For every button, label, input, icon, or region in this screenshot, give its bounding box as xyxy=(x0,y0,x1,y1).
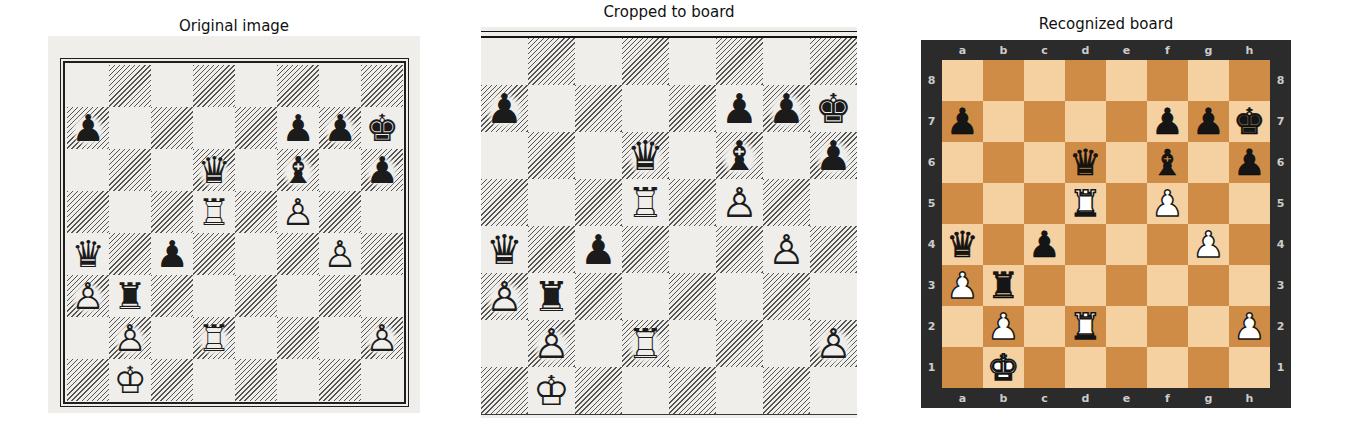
square-a3: ♙ xyxy=(481,273,528,320)
square-d3 xyxy=(193,275,235,317)
square-b3: ♜ xyxy=(528,273,575,320)
white-pawn-h2: ♙ xyxy=(361,317,403,359)
square-h8 xyxy=(1229,60,1270,101)
square-a6 xyxy=(481,132,528,179)
square-h6: ♟ xyxy=(361,149,403,191)
white-pawn-f5: ♟ xyxy=(1151,183,1183,224)
panel-title-recognized: Recognized board xyxy=(921,15,1291,33)
square-d5: ♖ xyxy=(193,191,235,233)
square-b2: ♙ xyxy=(528,320,575,367)
square-f7: ♟ xyxy=(1147,101,1188,142)
square-b3: ♜ xyxy=(109,275,151,317)
square-g3 xyxy=(763,273,810,320)
square-a3: ♟ xyxy=(942,265,983,306)
square-f4 xyxy=(1147,224,1188,265)
square-d4 xyxy=(622,226,669,273)
figure-canvas: Original image Cropped to board Recogniz… xyxy=(0,0,1350,440)
square-c5 xyxy=(151,191,193,233)
square-c5 xyxy=(575,179,622,226)
square-a8 xyxy=(67,65,109,107)
square-g5 xyxy=(763,179,810,226)
square-e5 xyxy=(669,179,716,226)
black-bishop-f6: ♝ xyxy=(277,149,319,191)
original-image-panel: ♟♟♟♚♛♝♟♖♙♛♟♙♙♜♙♖♙♔ xyxy=(48,36,420,413)
square-b8 xyxy=(983,60,1024,101)
square-h4 xyxy=(1229,224,1270,265)
square-a4: ♛ xyxy=(67,233,109,275)
file-label-h: h xyxy=(1229,388,1270,408)
square-d5: ♖ xyxy=(622,179,669,226)
white-pawn-f5: ♙ xyxy=(277,191,319,233)
square-h6: ♟ xyxy=(810,132,857,179)
square-e3 xyxy=(235,275,277,317)
square-e8 xyxy=(669,38,716,85)
black-pawn-c4: ♟ xyxy=(151,233,193,275)
panel-title-cropped: Cropped to board xyxy=(481,3,857,21)
file-label-e: e xyxy=(1106,40,1147,60)
square-e1 xyxy=(235,359,277,401)
white-king-b1: ♔ xyxy=(528,367,575,414)
black-pawn-f7: ♟ xyxy=(1151,101,1183,142)
square-e2 xyxy=(235,317,277,359)
square-h2: ♙ xyxy=(810,320,857,367)
square-c6 xyxy=(1024,142,1065,183)
square-d6: ♛ xyxy=(1065,142,1106,183)
black-queen-d6: ♛ xyxy=(1069,142,1101,183)
white-rook-d5: ♜ xyxy=(1069,183,1101,224)
black-pawn-c4: ♟ xyxy=(575,226,622,273)
square-e6 xyxy=(669,132,716,179)
square-d2: ♖ xyxy=(622,320,669,367)
square-d2: ♜ xyxy=(1065,306,1106,347)
square-d7 xyxy=(622,85,669,132)
square-h3 xyxy=(810,273,857,320)
black-pawn-g7: ♟ xyxy=(763,85,810,132)
square-g2 xyxy=(763,320,810,367)
square-d8 xyxy=(1065,60,1106,101)
square-c1 xyxy=(575,367,622,414)
square-g7: ♟ xyxy=(1188,101,1229,142)
square-h1 xyxy=(1229,347,1270,388)
rank-label-6: 6 xyxy=(1270,142,1291,183)
square-f2 xyxy=(277,317,319,359)
square-h8 xyxy=(361,65,403,107)
square-f1 xyxy=(277,359,319,401)
square-c2 xyxy=(575,320,622,367)
square-c3 xyxy=(151,275,193,317)
square-g8 xyxy=(763,38,810,85)
square-b4 xyxy=(983,224,1024,265)
square-b7 xyxy=(528,85,575,132)
white-pawn-a3: ♙ xyxy=(481,273,528,320)
square-d5: ♜ xyxy=(1065,183,1106,224)
square-c8 xyxy=(1024,60,1065,101)
square-b4 xyxy=(528,226,575,273)
square-h1 xyxy=(810,367,857,414)
square-h4 xyxy=(810,226,857,273)
square-h7: ♚ xyxy=(810,85,857,132)
square-g1 xyxy=(319,359,361,401)
crop-top-frame-line xyxy=(481,31,857,38)
square-f5: ♟ xyxy=(1147,183,1188,224)
square-b1: ♔ xyxy=(528,367,575,414)
square-e8 xyxy=(235,65,277,107)
rank-label-7: 7 xyxy=(1270,101,1291,142)
white-pawn-h2: ♟ xyxy=(1233,306,1265,347)
white-rook-d2: ♜ xyxy=(1069,306,1101,347)
square-b5 xyxy=(983,183,1024,224)
black-pawn-f7: ♟ xyxy=(277,107,319,149)
black-queen-a4: ♛ xyxy=(67,233,109,275)
square-g6 xyxy=(319,149,361,191)
square-g6 xyxy=(1188,142,1229,183)
file-label-g: g xyxy=(1188,40,1229,60)
square-b7 xyxy=(983,101,1024,142)
rank-label-2: 2 xyxy=(1270,306,1291,347)
square-e4 xyxy=(669,226,716,273)
square-c3 xyxy=(1024,265,1065,306)
square-e5 xyxy=(1106,183,1147,224)
square-h3 xyxy=(361,275,403,317)
square-e4 xyxy=(1106,224,1147,265)
square-c4: ♟ xyxy=(1024,224,1065,265)
square-b2: ♙ xyxy=(109,317,151,359)
square-d4 xyxy=(1065,224,1106,265)
rank-label-4: 4 xyxy=(921,224,942,265)
square-f5: ♙ xyxy=(716,179,763,226)
square-d3 xyxy=(1065,265,1106,306)
square-e2 xyxy=(1106,306,1147,347)
square-c1 xyxy=(1024,347,1065,388)
square-g7: ♟ xyxy=(319,107,361,149)
black-king-h7: ♚ xyxy=(810,85,857,132)
file-label-f: f xyxy=(1147,40,1188,60)
black-queen-d6: ♛ xyxy=(193,149,235,191)
square-g7: ♟ xyxy=(763,85,810,132)
white-pawn-h2: ♙ xyxy=(810,320,857,367)
square-b5 xyxy=(528,179,575,226)
square-a7: ♟ xyxy=(942,101,983,142)
square-a8 xyxy=(481,38,528,85)
rank-label-2: 2 xyxy=(921,306,942,347)
square-f8 xyxy=(277,65,319,107)
black-bishop-f6: ♝ xyxy=(716,132,763,179)
black-pawn-h6: ♟ xyxy=(1233,142,1265,183)
square-g8 xyxy=(1188,60,1229,101)
square-g5 xyxy=(1188,183,1229,224)
square-e3 xyxy=(669,273,716,320)
file-label-f: f xyxy=(1147,388,1188,408)
square-h1 xyxy=(361,359,403,401)
square-f1 xyxy=(716,367,763,414)
square-d8 xyxy=(622,38,669,85)
recognized-board: abcdefgh887♟♟♟♚76♛♝♟65♜♟54♛♟♟43♟♜32♟♜♟21… xyxy=(921,40,1291,408)
square-g4: ♙ xyxy=(763,226,810,273)
file-label-b: b xyxy=(983,388,1024,408)
square-g5 xyxy=(319,191,361,233)
square-d1 xyxy=(193,359,235,401)
square-a7: ♟ xyxy=(481,85,528,132)
square-b4 xyxy=(109,233,151,275)
white-pawn-a3: ♙ xyxy=(67,275,109,317)
square-f6: ♝ xyxy=(277,149,319,191)
square-f4 xyxy=(277,233,319,275)
white-rook-d2: ♖ xyxy=(193,317,235,359)
square-f6: ♝ xyxy=(1147,142,1188,183)
black-pawn-a7: ♟ xyxy=(67,107,109,149)
square-a5 xyxy=(942,183,983,224)
square-g2 xyxy=(1188,306,1229,347)
square-c8 xyxy=(575,38,622,85)
square-c8 xyxy=(151,65,193,107)
square-c1 xyxy=(151,359,193,401)
square-h6: ♟ xyxy=(1229,142,1270,183)
square-c7 xyxy=(575,85,622,132)
white-pawn-g4: ♙ xyxy=(319,233,361,275)
square-d1 xyxy=(1065,347,1106,388)
square-e6 xyxy=(1106,142,1147,183)
white-king-b1: ♚ xyxy=(987,347,1019,388)
rank-label-3: 3 xyxy=(1270,265,1291,306)
border-corner xyxy=(921,40,942,60)
black-pawn-h6: ♟ xyxy=(810,132,857,179)
white-pawn-a3: ♟ xyxy=(946,265,978,306)
square-c4: ♟ xyxy=(575,226,622,273)
square-h7: ♚ xyxy=(361,107,403,149)
square-a4: ♛ xyxy=(481,226,528,273)
square-a8 xyxy=(942,60,983,101)
square-f8 xyxy=(1147,60,1188,101)
file-label-a: a xyxy=(942,388,983,408)
square-b8 xyxy=(109,65,151,107)
square-f3 xyxy=(1147,265,1188,306)
square-f4 xyxy=(716,226,763,273)
rank-label-8: 8 xyxy=(921,60,942,101)
square-e1 xyxy=(1106,347,1147,388)
square-f7: ♟ xyxy=(716,85,763,132)
square-b3: ♜ xyxy=(983,265,1024,306)
square-a3: ♙ xyxy=(67,275,109,317)
square-d7 xyxy=(1065,101,1106,142)
square-a4: ♛ xyxy=(942,224,983,265)
square-d4 xyxy=(193,233,235,275)
square-f1 xyxy=(1147,347,1188,388)
square-a2 xyxy=(67,317,109,359)
black-pawn-f7: ♟ xyxy=(716,85,763,132)
white-rook-d2: ♖ xyxy=(622,320,669,367)
black-rook-b3: ♜ xyxy=(528,273,575,320)
border-corner xyxy=(1270,388,1291,408)
square-c7 xyxy=(151,107,193,149)
white-rook-d5: ♖ xyxy=(193,191,235,233)
rank-label-1: 1 xyxy=(1270,347,1291,388)
square-a2 xyxy=(942,306,983,347)
square-c2 xyxy=(1024,306,1065,347)
square-g1 xyxy=(763,367,810,414)
square-f2 xyxy=(716,320,763,367)
white-pawn-g4: ♟ xyxy=(1192,224,1224,265)
square-a5 xyxy=(67,191,109,233)
square-h3 xyxy=(1229,265,1270,306)
square-c7 xyxy=(1024,101,1065,142)
file-label-c: c xyxy=(1024,388,1065,408)
white-king-b1: ♔ xyxy=(109,359,151,401)
square-d6: ♛ xyxy=(193,149,235,191)
square-c3 xyxy=(575,273,622,320)
file-label-c: c xyxy=(1024,40,1065,60)
square-b6 xyxy=(983,142,1024,183)
square-d1 xyxy=(622,367,669,414)
rank-label-6: 6 xyxy=(921,142,942,183)
square-f7: ♟ xyxy=(277,107,319,149)
square-b1: ♔ xyxy=(109,359,151,401)
file-label-b: b xyxy=(983,40,1024,60)
square-e7 xyxy=(669,85,716,132)
rank-label-5: 5 xyxy=(1270,183,1291,224)
square-a2 xyxy=(481,320,528,367)
square-a7: ♟ xyxy=(67,107,109,149)
square-d8 xyxy=(193,65,235,107)
black-pawn-a7: ♟ xyxy=(481,85,528,132)
square-d3 xyxy=(622,273,669,320)
square-a1 xyxy=(481,367,528,414)
black-king-h7: ♚ xyxy=(1233,101,1265,142)
black-pawn-a7: ♟ xyxy=(946,101,978,142)
square-g6 xyxy=(763,132,810,179)
square-g4: ♙ xyxy=(319,233,361,275)
square-h5 xyxy=(810,179,857,226)
black-bishop-f6: ♝ xyxy=(1151,142,1183,183)
square-g3 xyxy=(1188,265,1229,306)
rank-label-5: 5 xyxy=(921,183,942,224)
original-board: ♟♟♟♚♛♝♟♖♙♛♟♙♙♜♙♖♙♔ xyxy=(67,65,403,401)
square-d6: ♛ xyxy=(622,132,669,179)
square-g4: ♟ xyxy=(1188,224,1229,265)
square-e7 xyxy=(1106,101,1147,142)
square-b8 xyxy=(528,38,575,85)
square-d2: ♖ xyxy=(193,317,235,359)
black-pawn-c4: ♟ xyxy=(1028,224,1060,265)
square-c2 xyxy=(151,317,193,359)
square-f2 xyxy=(1147,306,1188,347)
file-label-g: g xyxy=(1188,388,1229,408)
square-c4: ♟ xyxy=(151,233,193,275)
black-pawn-g7: ♟ xyxy=(1192,101,1224,142)
white-pawn-b2: ♙ xyxy=(528,320,575,367)
square-h8 xyxy=(810,38,857,85)
square-e6 xyxy=(235,149,277,191)
square-e8 xyxy=(1106,60,1147,101)
black-rook-b3: ♜ xyxy=(987,265,1019,306)
square-e2 xyxy=(669,320,716,367)
black-pawn-g7: ♟ xyxy=(319,107,361,149)
file-label-h: h xyxy=(1229,40,1270,60)
square-h7: ♚ xyxy=(1229,101,1270,142)
square-b2: ♟ xyxy=(983,306,1024,347)
square-a1 xyxy=(942,347,983,388)
square-a5 xyxy=(481,179,528,226)
square-g8 xyxy=(319,65,361,107)
square-f3 xyxy=(716,273,763,320)
black-queen-a4: ♛ xyxy=(481,226,528,273)
black-queen-d6: ♛ xyxy=(622,132,669,179)
square-e5 xyxy=(235,191,277,233)
square-h5 xyxy=(361,191,403,233)
square-b7 xyxy=(109,107,151,149)
square-b6 xyxy=(109,149,151,191)
cropped-board: ♟♟♟♚♛♝♟♖♙♛♟♙♙♜♙♖♙♔ xyxy=(481,38,857,415)
square-e7 xyxy=(235,107,277,149)
square-e1 xyxy=(669,367,716,414)
border-corner xyxy=(921,388,942,408)
black-queen-a4: ♛ xyxy=(946,224,978,265)
square-f3 xyxy=(277,275,319,317)
square-f8 xyxy=(716,38,763,85)
white-pawn-b2: ♟ xyxy=(987,306,1019,347)
square-b6 xyxy=(528,132,575,179)
square-d7 xyxy=(193,107,235,149)
rank-label-4: 4 xyxy=(1270,224,1291,265)
square-f5: ♙ xyxy=(277,191,319,233)
black-rook-b3: ♜ xyxy=(109,275,151,317)
file-label-a: a xyxy=(942,40,983,60)
square-c6 xyxy=(575,132,622,179)
square-h4 xyxy=(361,233,403,275)
white-pawn-b2: ♙ xyxy=(109,317,151,359)
file-label-d: d xyxy=(1065,40,1106,60)
border-corner xyxy=(1270,40,1291,60)
cropped-image-panel: ♟♟♟♚♛♝♟♖♙♛♟♙♙♜♙♖♙♔ xyxy=(481,27,857,418)
rank-label-1: 1 xyxy=(921,347,942,388)
square-b5 xyxy=(109,191,151,233)
panel-title-original: Original image xyxy=(48,17,420,35)
square-e3 xyxy=(1106,265,1147,306)
square-f6: ♝ xyxy=(716,132,763,179)
rank-label-3: 3 xyxy=(921,265,942,306)
white-rook-d5: ♖ xyxy=(622,179,669,226)
square-h2: ♟ xyxy=(1229,306,1270,347)
square-a1 xyxy=(67,359,109,401)
square-h5 xyxy=(1229,183,1270,224)
square-g3 xyxy=(319,275,361,317)
black-pawn-h6: ♟ xyxy=(361,149,403,191)
square-e4 xyxy=(235,233,277,275)
file-label-e: e xyxy=(1106,388,1147,408)
square-c6 xyxy=(151,149,193,191)
rank-label-7: 7 xyxy=(921,101,942,142)
square-a6 xyxy=(942,142,983,183)
square-h2: ♙ xyxy=(361,317,403,359)
square-a6 xyxy=(67,149,109,191)
square-b1: ♚ xyxy=(983,347,1024,388)
square-g1 xyxy=(1188,347,1229,388)
rank-label-8: 8 xyxy=(1270,60,1291,101)
white-pawn-f5: ♙ xyxy=(716,179,763,226)
file-label-d: d xyxy=(1065,388,1106,408)
square-g2 xyxy=(319,317,361,359)
square-c5 xyxy=(1024,183,1065,224)
black-king-h7: ♚ xyxy=(361,107,403,149)
white-pawn-g4: ♙ xyxy=(763,226,810,273)
